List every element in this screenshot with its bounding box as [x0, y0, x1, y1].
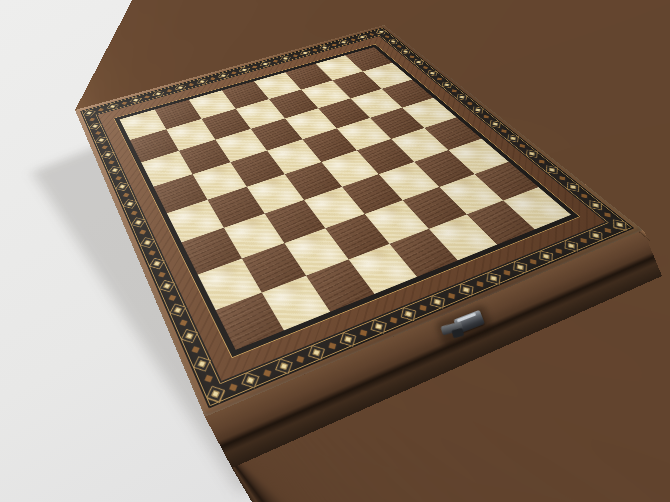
photo-canvas: [0, 0, 670, 502]
inlay-separator-diamond: [148, 250, 155, 255]
inlay-diamond-center: [92, 124, 98, 128]
inlay-diamond: [546, 165, 558, 174]
inlay-separator-diamond: [108, 161, 114, 165]
inlay-separator-diamond: [139, 230, 146, 235]
inlay-diamond-center: [462, 286, 469, 292]
inlay-diamond-center: [134, 220, 142, 225]
inlay-diamond-center: [279, 362, 288, 370]
inlay-diamond-center: [262, 63, 267, 66]
inlay-separator-diamond: [452, 90, 457, 93]
inlay-separator-diamond: [229, 383, 238, 391]
inlay-diamond: [486, 272, 500, 284]
inlay-diamond-center: [152, 261, 160, 267]
inlay-separator-diamond: [296, 355, 304, 362]
inlay-separator-diamond: [555, 248, 561, 253]
inlay-diamond-center: [155, 92, 161, 95]
inlay-diamond-center: [434, 298, 442, 305]
inlay-separator-diamond: [437, 78, 442, 81]
inlay-separator-diamond: [503, 270, 510, 276]
inlay-diamond-center: [592, 233, 598, 238]
inlay-diamond: [458, 283, 473, 296]
inlay-diamond: [513, 261, 527, 273]
inlay-separator-diamond: [158, 272, 166, 278]
inlay-diamond-center: [282, 57, 287, 60]
inlay-diamond-center: [492, 122, 498, 126]
inlay-diamond-center: [341, 41, 346, 44]
inlay-diamond-center: [110, 105, 116, 108]
inlay-separator-diamond: [484, 115, 489, 118]
inlay-diamond: [441, 82, 452, 88]
inlay-diamond-center: [162, 283, 170, 289]
inlay-separator-diamond: [98, 108, 104, 111]
inlay-diamond: [567, 182, 579, 191]
inlay-diamond-center: [98, 138, 105, 142]
inlay-separator-diamond: [312, 49, 317, 52]
inlay-diamond-center: [568, 243, 575, 249]
inlay-separator-diamond: [144, 95, 150, 98]
inlay-separator-diamond: [122, 193, 129, 197]
inlay-diamond: [564, 240, 577, 251]
inlay-diamond: [589, 230, 602, 241]
inlay-diamond-center: [126, 202, 133, 207]
inlay-separator-diamond: [501, 129, 506, 133]
inlay-diamond-center: [173, 307, 181, 314]
inlay-diamond: [108, 166, 122, 174]
inlay-separator-diamond: [115, 176, 122, 180]
inlay-diamond: [456, 94, 467, 101]
inlay-diamond-center: [322, 46, 327, 49]
inlay-separator-diamond: [369, 33, 374, 35]
inlay-separator-diamond: [168, 295, 176, 301]
inlay-separator-diamond: [604, 212, 610, 217]
inlay-separator-diamond: [332, 44, 337, 46]
inlay-diamond: [427, 70, 437, 76]
inlay-separator-diamond: [167, 89, 172, 92]
inlay-diamond: [489, 120, 500, 127]
inlay-diamond-center: [246, 376, 255, 384]
inlay-separator-diamond: [604, 228, 610, 233]
inlay-diamond-center: [242, 68, 247, 71]
inlay-diamond: [169, 304, 186, 317]
inlay-diamond: [589, 200, 601, 210]
inlay-separator-diamond: [101, 146, 107, 150]
inlay-diamond: [94, 136, 107, 144]
inlay-diamond: [507, 134, 518, 142]
inlay-diamond-center: [548, 168, 554, 172]
inlay-diamond: [539, 250, 553, 262]
inlay-separator-diamond: [179, 320, 187, 326]
inlay-separator-diamond: [580, 238, 586, 243]
inlay-diamond: [101, 151, 115, 159]
inlay-separator-diamond: [529, 259, 535, 265]
inlay-diamond: [400, 49, 410, 54]
inlay-diamond-center: [430, 72, 435, 75]
inlay-separator-diamond: [559, 176, 565, 180]
inlay-diamond: [430, 295, 445, 308]
inlay-diamond-center: [405, 310, 413, 317]
inlay-diamond-center: [529, 152, 535, 156]
inlay-separator-diamond: [397, 45, 402, 47]
inlay-diamond-center: [111, 168, 118, 172]
inlay-diamond: [139, 237, 154, 248]
inlay-separator-diamond: [273, 60, 278, 63]
inlay-separator-diamond: [191, 346, 199, 353]
inlay-diamond: [88, 123, 101, 130]
inlay-diamond-center: [143, 240, 151, 245]
inlay-separator-diamond: [204, 375, 213, 382]
inlay-separator-diamond: [390, 317, 397, 323]
inlay-separator-diamond: [420, 304, 427, 310]
inlay-diamond-center: [221, 74, 227, 77]
inlay-diamond-center: [118, 185, 125, 189]
inlay-diamond-center: [302, 52, 307, 55]
inlay-diamond: [148, 258, 164, 270]
inlay-diamond-center: [375, 323, 383, 330]
inlay-diamond-center: [403, 50, 408, 53]
inlay-diamond: [158, 280, 174, 292]
inlay-separator-diamond: [519, 144, 524, 148]
inlay-separator-diamond: [410, 56, 415, 59]
inlay-diamond-center: [416, 61, 421, 64]
inlay-separator-diamond: [189, 83, 194, 86]
inlay-separator-diamond: [467, 102, 472, 105]
inlay-diamond: [526, 149, 538, 157]
inlay-diamond: [308, 345, 325, 360]
inlay-diamond: [401, 307, 417, 321]
inlay-diamond: [371, 319, 387, 333]
inlay-diamond: [388, 39, 398, 44]
inlay-separator-diamond: [210, 77, 215, 80]
inlay-diamond-center: [391, 40, 396, 43]
inlay-diamond-center: [459, 96, 464, 99]
inlay-separator-diamond: [130, 211, 137, 216]
inlay-diamond-center: [379, 31, 384, 33]
inlay-diamond-center: [312, 348, 320, 356]
inlay-diamond-center: [210, 390, 219, 398]
inlay-diamond: [192, 356, 210, 371]
inlay-diamond: [180, 329, 197, 343]
inlay-diamond: [131, 218, 146, 228]
inlay-separator-diamond: [95, 131, 101, 134]
inlay-diamond-center: [616, 222, 623, 227]
inlay-diamond: [340, 332, 356, 347]
inlay-diamond-center: [570, 185, 576, 190]
inlay-separator-diamond: [423, 66, 428, 69]
inlay-diamond: [123, 199, 138, 209]
inlay-separator-diamond: [328, 342, 336, 349]
inlay-diamond-center: [489, 275, 496, 281]
inlay-separator-diamond: [385, 35, 390, 37]
inlay-separator-diamond: [252, 66, 257, 69]
inlay-diamond: [413, 59, 423, 65]
inlay-separator-diamond: [476, 281, 483, 287]
inlay-diamond-center: [344, 335, 352, 342]
inlay-diamond: [613, 219, 626, 230]
inlay-diamond-center: [185, 332, 194, 339]
inlay-diamond: [472, 107, 483, 114]
inlay-separator-diamond: [263, 369, 271, 376]
inlay-separator-diamond: [293, 54, 298, 57]
inlay-diamond-center: [444, 83, 449, 86]
inlay-separator-diamond: [539, 160, 544, 164]
inlay-diamond: [115, 182, 129, 191]
inlay-diamond-center: [133, 98, 139, 101]
inlay-diamond-center: [178, 86, 184, 89]
inlay-separator-diamond: [351, 38, 356, 40]
inlay-separator-diamond: [581, 194, 587, 199]
inlay-diamond-center: [360, 36, 365, 39]
inlay-diamond-center: [542, 253, 549, 259]
inlay-diamond-center: [104, 153, 111, 157]
inlay-separator-diamond: [448, 292, 455, 298]
inlay-diamond-center: [592, 203, 598, 208]
inlay-diamond-center: [475, 108, 480, 112]
inlay-separator-diamond: [89, 118, 95, 121]
inlay-diamond-center: [86, 111, 92, 114]
inlay-diamond: [241, 372, 259, 388]
inlay-diamond-center: [197, 360, 206, 368]
inlay-diamond-center: [199, 80, 205, 83]
inlay-separator-diamond: [360, 329, 368, 336]
inlay-diamond-center: [516, 264, 523, 270]
inlay-diamond: [83, 110, 96, 117]
inlay-separator-diamond: [231, 71, 236, 74]
inlay-diamond: [376, 29, 386, 34]
inlay-separator-diamond: [121, 102, 127, 105]
inlay-diamond: [275, 358, 293, 374]
inlay-diamond-center: [510, 136, 516, 140]
